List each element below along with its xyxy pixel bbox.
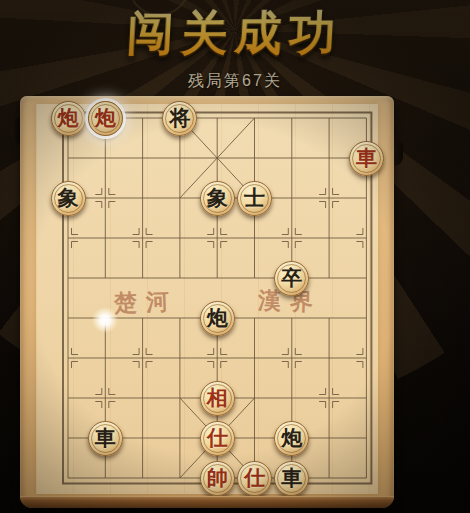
piece-glyph: 将 — [169, 101, 190, 136]
piece-red-cannon[interactable]: 炮 — [51, 101, 86, 136]
piece-black-cannon[interactable]: 炮 — [200, 301, 235, 336]
piece-glyph: 炮 — [58, 101, 79, 136]
piece-red-elephant[interactable]: 相 — [200, 381, 235, 416]
board-bottom-bevel — [20, 496, 394, 508]
piece-glyph: 仕 — [244, 461, 265, 496]
piece-black-cannon[interactable]: 炮 — [274, 421, 309, 456]
piece-black-chariot[interactable]: 車 — [88, 421, 123, 456]
piece-glyph: 象 — [207, 181, 228, 216]
piece-black-soldier[interactable]: 卒 — [274, 261, 309, 296]
piece-black-elephant[interactable]: 象 — [51, 181, 86, 216]
piece-black-general[interactable]: 将 — [162, 101, 197, 136]
piece-red-cannon[interactable]: 炮 — [88, 101, 123, 136]
level-cleared-title: 闯关成功 — [0, 2, 470, 65]
river-label-chu-he: 楚河 — [113, 286, 178, 319]
level-subtitle: 残局第67关 — [0, 71, 470, 92]
piece-red-advisor[interactable]: 仕 — [237, 461, 272, 496]
piece-black-elephant[interactable]: 象 — [200, 181, 235, 216]
piece-glyph: 車 — [95, 421, 116, 456]
piece-glyph: 車 — [356, 141, 377, 176]
piece-red-general[interactable]: 帥 — [200, 461, 235, 496]
piece-black-chariot[interactable]: 車 — [274, 461, 309, 496]
piece-glyph: 帥 — [207, 461, 228, 496]
piece-glyph: 炮 — [281, 421, 302, 456]
piece-glyph: 象 — [58, 181, 79, 216]
piece-red-advisor[interactable]: 仕 — [200, 421, 235, 456]
piece-glyph: 仕 — [207, 421, 228, 456]
piece-red-chariot[interactable]: 車 — [349, 141, 384, 176]
piece-glyph: 車 — [281, 461, 302, 496]
piece-glyph: 炮 — [207, 301, 228, 336]
piece-glyph: 卒 — [281, 261, 302, 296]
level-cleared-screen: 闯关成功 残局第67关 楚河 漢界 炮炮将車象象士卒炮相車仕炮帥仕車 — [0, 0, 470, 513]
piece-glyph: 士 — [244, 181, 265, 216]
piece-black-advisor[interactable]: 士 — [237, 181, 272, 216]
board-left-clamp-decoration — [11, 117, 20, 144]
piece-glyph: 相 — [207, 381, 228, 416]
xiangqi-board[interactable]: 楚河 漢界 炮炮将車象象士卒炮相車仕炮帥仕車 — [20, 96, 394, 508]
piece-glyph: 炮 — [95, 101, 116, 136]
